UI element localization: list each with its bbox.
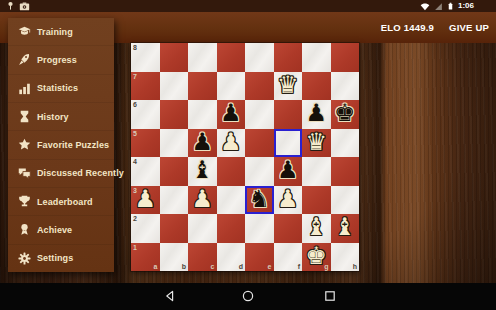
square-b4[interactable]	[160, 157, 189, 186]
square-b2[interactable]	[160, 214, 189, 243]
square-g3[interactable]	[302, 186, 331, 215]
camera-icon	[19, 2, 30, 11]
rank-label-6: 6	[133, 101, 137, 108]
square-d6[interactable]: ♟	[217, 100, 246, 129]
sidebar-drawer: TrainingProgressStatisticsHistoryFavorit…	[8, 18, 114, 272]
square-b8[interactable]	[160, 43, 189, 72]
square-b3[interactable]	[160, 186, 189, 215]
square-h2[interactable]: ♝	[331, 214, 360, 243]
square-a8[interactable]: 8	[131, 43, 160, 72]
black-pawn-f4[interactable]: ♟	[277, 158, 299, 182]
square-d5[interactable]: ♟	[217, 129, 246, 158]
black-king-h6[interactable]: ♚	[334, 101, 356, 125]
square-h7[interactable]	[331, 72, 360, 101]
sidebar-item-label: Training	[37, 27, 73, 37]
favorites-icon	[18, 138, 31, 151]
white-king-g1[interactable]: ♚	[305, 244, 327, 268]
sidebar-item-label: Favorite Puzzles	[37, 140, 109, 150]
square-e1[interactable]: e	[245, 243, 274, 272]
square-e6[interactable]	[245, 100, 274, 129]
white-queen-g5[interactable]: ♛	[305, 130, 327, 154]
elo-label: ELO 1449.9	[381, 22, 434, 33]
square-e8[interactable]	[245, 43, 274, 72]
black-pawn-g6[interactable]: ♟	[305, 101, 327, 125]
file-label-d: d	[239, 263, 243, 270]
sidebar-item-progress[interactable]: Progress	[8, 46, 114, 74]
square-b7[interactable]	[160, 72, 189, 101]
square-a1[interactable]: 1a	[131, 243, 160, 272]
black-pawn-d6[interactable]: ♟	[220, 101, 242, 125]
square-f6[interactable]	[274, 100, 303, 129]
screen: 1:06 ELO 1449.9 GIVE UP 87♛6♟♟♚5♟♟♛4♝♟3♟…	[0, 0, 496, 310]
progress-icon	[18, 53, 31, 66]
square-f1[interactable]: f	[274, 243, 303, 272]
white-bishop-g2[interactable]: ♝	[305, 215, 327, 239]
chess-board: 87♛6♟♟♚5♟♟♛4♝♟3♟♟♞♟2♝♝1abcdefg♚h	[131, 43, 359, 271]
rank-label-5: 5	[133, 130, 137, 137]
discussed-icon	[18, 167, 31, 180]
rank-label-7: 7	[133, 73, 137, 80]
white-pawn-a3[interactable]: ♟	[134, 187, 156, 211]
square-d8[interactable]	[217, 43, 246, 72]
square-f2[interactable]	[274, 214, 303, 243]
achieve-icon	[18, 223, 31, 236]
square-a6[interactable]: 6	[131, 100, 160, 129]
square-h3[interactable]	[331, 186, 360, 215]
square-d1[interactable]: d	[217, 243, 246, 272]
home-button[interactable]	[241, 289, 255, 303]
square-a7[interactable]: 7	[131, 72, 160, 101]
sidebar-item-label: Leaderboard	[37, 197, 93, 207]
signal-icon	[434, 2, 443, 11]
square-g7[interactable]	[302, 72, 331, 101]
file-label-f: f	[298, 263, 300, 270]
nav-bar	[0, 283, 496, 310]
square-b6[interactable]	[160, 100, 189, 129]
sidebar-item-training[interactable]: Training	[8, 18, 114, 46]
square-h4[interactable]	[331, 157, 360, 186]
sidebar-item-label: Statistics	[37, 83, 78, 93]
file-label-a: a	[154, 263, 158, 270]
square-e4[interactable]	[245, 157, 274, 186]
sidebar-item-label: Settings	[37, 253, 73, 263]
recents-button[interactable]	[323, 289, 337, 303]
square-c5[interactable]: ♟	[188, 129, 217, 158]
file-label-h: h	[353, 263, 357, 270]
sidebar-item-label: Achieve	[37, 225, 72, 235]
status-right-icons: 1:06	[420, 1, 474, 11]
square-c1[interactable]: c	[188, 243, 217, 272]
square-d3[interactable]	[217, 186, 246, 215]
square-a4[interactable]: 4	[131, 157, 160, 186]
square-e2[interactable]	[245, 214, 274, 243]
square-f4[interactable]: ♟	[274, 157, 303, 186]
sidebar-item-favorite-puzzles[interactable]: Favorite Puzzles	[8, 131, 114, 159]
rank-label-2: 2	[133, 215, 137, 222]
white-bishop-h2[interactable]: ♝	[334, 215, 356, 239]
sidebar-item-discussed-recently[interactable]: Discussed Recently	[8, 160, 114, 188]
file-label-c: c	[211, 263, 215, 270]
leaderboard-icon	[18, 195, 31, 208]
square-a3[interactable]: 3♟	[131, 186, 160, 215]
sidebar-item-leaderboard[interactable]: Leaderboard	[8, 188, 114, 216]
square-e3[interactable]: ♞	[245, 186, 274, 215]
sidebar-item-label: History	[37, 112, 69, 122]
square-a2[interactable]: 2	[131, 214, 160, 243]
settings-icon	[18, 252, 31, 265]
square-d4[interactable]	[217, 157, 246, 186]
black-knight-e3[interactable]: ♞	[248, 187, 270, 211]
wifi-icon	[420, 2, 430, 11]
sidebar-item-label: Progress	[37, 55, 77, 65]
square-g2[interactable]: ♝	[302, 214, 331, 243]
status-bar: 1:06	[0, 0, 496, 12]
square-h5[interactable]	[331, 129, 360, 158]
square-h1[interactable]: h	[331, 243, 360, 272]
square-g8[interactable]	[302, 43, 331, 72]
square-c3[interactable]: ♟	[188, 186, 217, 215]
square-c6[interactable]	[188, 100, 217, 129]
square-c4[interactable]: ♝	[188, 157, 217, 186]
sidebar-item-achieve[interactable]: Achieve	[8, 216, 114, 244]
sidebar-item-statistics[interactable]: Statistics	[8, 75, 114, 103]
file-label-e: e	[268, 263, 272, 270]
square-h8[interactable]	[331, 43, 360, 72]
black-pawn-c5[interactable]: ♟	[191, 130, 213, 154]
square-g4[interactable]	[302, 157, 331, 186]
white-pawn-c3[interactable]: ♟	[191, 187, 213, 211]
black-bishop-c4[interactable]: ♝	[191, 158, 213, 182]
square-f3[interactable]: ♟	[274, 186, 303, 215]
square-c2[interactable]	[188, 214, 217, 243]
square-f5[interactable]	[274, 129, 303, 158]
sidebar-item-history[interactable]: History	[8, 103, 114, 131]
square-e5[interactable]	[245, 129, 274, 158]
give-up-button[interactable]: GIVE UP	[449, 22, 489, 33]
statistics-icon	[18, 82, 31, 95]
white-pawn-f3[interactable]: ♟	[277, 187, 299, 211]
white-queen-f7[interactable]: ♛	[277, 73, 299, 97]
square-h6[interactable]: ♚	[331, 100, 360, 129]
rank-label-4: 4	[133, 158, 137, 165]
square-g6[interactable]: ♟	[302, 100, 331, 129]
history-icon	[18, 110, 31, 123]
square-f7[interactable]: ♛	[274, 72, 303, 101]
status-time: 1:06	[458, 2, 474, 10]
sidebar-item-label: Discussed Recently	[37, 168, 124, 178]
square-b1[interactable]: b	[160, 243, 189, 272]
square-b5[interactable]	[160, 129, 189, 158]
sidebar-item-settings[interactable]: Settings	[8, 245, 114, 272]
training-icon	[18, 25, 31, 38]
square-a5[interactable]: 5	[131, 129, 160, 158]
square-g1[interactable]: g♚	[302, 243, 331, 272]
back-button[interactable]	[163, 289, 177, 303]
battery-icon	[447, 1, 454, 11]
square-c7[interactable]	[188, 72, 217, 101]
rank-label-8: 8	[133, 44, 137, 51]
pin-icon	[6, 1, 15, 11]
file-label-b: b	[182, 263, 186, 270]
square-c8[interactable]	[188, 43, 217, 72]
square-e7[interactable]	[245, 72, 274, 101]
square-d2[interactable]	[217, 214, 246, 243]
status-left-icons	[6, 1, 30, 11]
square-f8[interactable]	[274, 43, 303, 72]
rank-label-1: 1	[133, 244, 137, 251]
white-pawn-d5[interactable]: ♟	[220, 130, 242, 154]
square-d7[interactable]	[217, 72, 246, 101]
square-g5[interactable]: ♛	[302, 129, 331, 158]
